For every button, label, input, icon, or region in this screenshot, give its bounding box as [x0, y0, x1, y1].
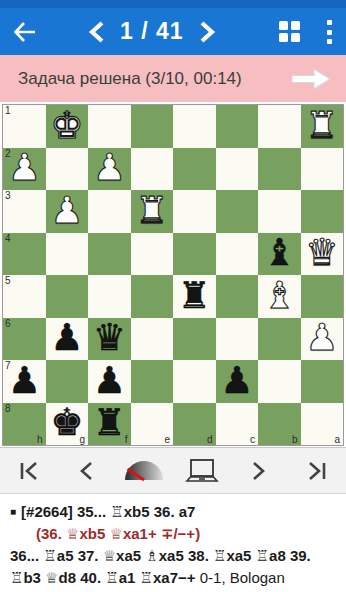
- square-c6[interactable]: [216, 318, 259, 361]
- black-pawn: ♟: [50, 319, 83, 356]
- rank-label: 8: [5, 403, 11, 414]
- square-b6[interactable]: [258, 318, 301, 361]
- previous-move-button[interactable]: [64, 454, 108, 488]
- square-g3[interactable]: ♟: [46, 190, 89, 233]
- notation-line-2[interactable]: (36. ♕xb5 ♕xa1+ ∓/−+): [10, 523, 336, 545]
- status-banner: Задача решена (3/10, 00:14): [0, 55, 346, 102]
- square-a5[interactable]: [301, 275, 344, 318]
- square-c7[interactable]: ♟: [216, 360, 259, 403]
- rank-label: 3: [5, 190, 11, 201]
- square-c3[interactable]: [216, 190, 259, 233]
- notation-line-4[interactable]: ♖b3 ♕d8 40. ♖a1 ♖xa7−+ 0-1, Bologan: [10, 567, 336, 589]
- square-c4[interactable]: [216, 233, 259, 276]
- square-b5[interactable]: ♝: [258, 275, 301, 318]
- white-pawn: ♟: [93, 149, 126, 186]
- square-b1[interactable]: [258, 105, 301, 148]
- square-g8[interactable]: g♚: [46, 403, 89, 446]
- file-label: a: [334, 434, 340, 445]
- square-e2[interactable]: [131, 148, 174, 191]
- square-g5[interactable]: [46, 275, 89, 318]
- status-bar: [0, 0, 346, 8]
- square-e3[interactable]: ♜: [131, 190, 174, 233]
- white-rook: ♜: [305, 107, 338, 144]
- square-a4[interactable]: ♛: [301, 233, 344, 276]
- file-label: c: [250, 434, 255, 445]
- square-f8[interactable]: f♜: [88, 403, 131, 446]
- square-b3[interactable]: [258, 190, 301, 233]
- square-e7[interactable]: [131, 360, 174, 403]
- grid-menu-icon[interactable]: [279, 21, 300, 42]
- square-f7[interactable]: ♟: [88, 360, 131, 403]
- square-b8[interactable]: b: [258, 403, 301, 446]
- file-label: d: [207, 434, 213, 445]
- app-bar: 1 / 41: [0, 8, 346, 55]
- first-move-button[interactable]: [7, 454, 51, 488]
- move-text: ♖b3 ♕d8 40. ♖a1 ♖xa7−+: [10, 569, 196, 586]
- page-title: 1 / 41: [120, 18, 184, 45]
- square-c5[interactable]: [216, 275, 259, 318]
- black-rook: ♜: [178, 277, 211, 314]
- square-a1[interactable]: ♜: [301, 105, 344, 148]
- square-c8[interactable]: c: [216, 403, 259, 446]
- square-f5[interactable]: [88, 275, 131, 318]
- white-rook: ♜: [135, 192, 168, 229]
- rank-label: 4: [5, 233, 11, 244]
- square-e8[interactable]: e: [131, 403, 174, 446]
- file-label: b: [292, 434, 298, 445]
- square-d3[interactable]: [173, 190, 216, 233]
- notation-line-1[interactable]: ■[#2664] 35... ♖xb5 36. a7: [10, 501, 336, 523]
- square-g7[interactable]: [46, 360, 89, 403]
- rank-label: 5: [5, 275, 11, 286]
- square-e6[interactable]: [131, 318, 174, 361]
- move-text: 0-1, Bologan: [196, 569, 285, 586]
- square-h3[interactable]: 3: [3, 190, 46, 233]
- white-pawn: ♟: [8, 149, 41, 186]
- black-pawn: ♟: [93, 362, 126, 399]
- black-bishop: ♝: [263, 234, 296, 271]
- square-d8[interactable]: d: [173, 403, 216, 446]
- square-h7[interactable]: 7♟: [3, 360, 46, 403]
- white-king: ♚: [50, 107, 83, 144]
- square-b7[interactable]: [258, 360, 301, 403]
- white-queen: ♛: [305, 234, 338, 271]
- black-queen: ♛: [93, 319, 126, 356]
- bullet-icon: ■: [10, 506, 16, 517]
- rank-label: 6: [5, 318, 11, 329]
- board-area: 1♚♜2♟♟3♟♜4♝♛5♜♝6♟♛♟7♟♟♟8hg♚f♜edcba: [0, 102, 346, 446]
- square-a3[interactable]: [301, 190, 344, 233]
- square-g1[interactable]: ♚: [46, 105, 89, 148]
- square-d7[interactable]: [173, 360, 216, 403]
- notation-line-3[interactable]: 36... ♖a5 37. ♕xa5 ♗xa5 38. ♖xa5 ♖a8 39.: [10, 545, 336, 567]
- back-arrow-icon[interactable]: [12, 19, 38, 45]
- square-a7[interactable]: [301, 360, 344, 403]
- square-f2[interactable]: ♟: [88, 148, 131, 191]
- black-pawn: ♟: [8, 362, 41, 399]
- chevron-right-icon[interactable]: [198, 21, 216, 43]
- kebab-menu-icon[interactable]: [327, 20, 333, 44]
- square-e1[interactable]: [131, 105, 174, 148]
- square-f3[interactable]: [88, 190, 131, 233]
- square-h1[interactable]: 1: [3, 105, 46, 148]
- square-f4[interactable]: [88, 233, 131, 276]
- white-pawn: ♟: [305, 319, 338, 356]
- file-label: e: [164, 434, 170, 445]
- rank-label: 1: [5, 105, 11, 116]
- square-g2[interactable]: [46, 148, 89, 191]
- square-g6[interactable]: ♟: [46, 318, 89, 361]
- square-a8[interactable]: a: [301, 403, 344, 446]
- move-text: 36... ♖a5 37. ♕xa5 ♗xa5 38. ♖xa5 ♖a8 39.: [10, 547, 311, 564]
- square-h8[interactable]: 8h: [3, 403, 46, 446]
- computer-analysis-icon[interactable]: [180, 454, 224, 488]
- black-pawn: ♟: [220, 362, 253, 399]
- square-b2[interactable]: [258, 148, 301, 191]
- move-text: (36. ♕xb5 ♕xa1+ ∓/−+): [36, 525, 200, 542]
- square-d4[interactable]: [173, 233, 216, 276]
- next-move-button[interactable]: [237, 454, 281, 488]
- square-h5[interactable]: 5: [3, 275, 46, 318]
- square-a2[interactable]: [301, 148, 344, 191]
- banner-message: Задача решена (3/10, 00:14): [18, 69, 290, 89]
- square-d1[interactable]: [173, 105, 216, 148]
- square-c1[interactable]: [216, 105, 259, 148]
- square-a6[interactable]: ♟: [301, 318, 344, 361]
- square-h6[interactable]: 6: [3, 318, 46, 361]
- square-f6[interactable]: ♛: [88, 318, 131, 361]
- square-f1[interactable]: [88, 105, 131, 148]
- square-e4[interactable]: [131, 233, 174, 276]
- square-d6[interactable]: [173, 318, 216, 361]
- move-text: [#2664] 35... ♖xb5 36. a7: [21, 503, 195, 520]
- last-move-button[interactable]: [295, 454, 339, 488]
- move-list: ■[#2664] 35... ♖xb5 36. a7(36. ♕xb5 ♕xa1…: [0, 494, 346, 592]
- file-label: h: [37, 434, 43, 445]
- engine-gauge-icon[interactable]: [122, 454, 166, 488]
- black-rook: ♜: [93, 404, 126, 441]
- square-e5[interactable]: [131, 275, 174, 318]
- square-g4[interactable]: [46, 233, 89, 276]
- square-h2[interactable]: 2♟: [3, 148, 46, 191]
- white-pawn: ♟: [50, 192, 83, 229]
- chess-board: 1♚♜2♟♟3♟♜4♝♛5♜♝6♟♛♟7♟♟♟8hg♚f♜edcba: [2, 104, 344, 446]
- square-c2[interactable]: [216, 148, 259, 191]
- playback-toolbar: [0, 447, 346, 494]
- black-king: ♚: [50, 404, 83, 441]
- chevron-left-icon[interactable]: [88, 21, 106, 43]
- square-h4[interactable]: 4: [3, 233, 46, 276]
- white-bishop: ♝: [263, 277, 296, 314]
- square-d2[interactable]: [173, 148, 216, 191]
- square-d5[interactable]: ♜: [173, 275, 216, 318]
- square-b4[interactable]: ♝: [258, 233, 301, 276]
- next-problem-arrow-icon[interactable]: [290, 66, 332, 92]
